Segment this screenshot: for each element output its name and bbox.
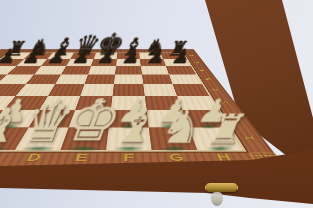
square-d7[interactable]: ♟ [66, 59, 94, 66]
square-g5[interactable] [142, 74, 173, 84]
rank-label-7: 7 [192, 62, 201, 63]
square-e5[interactable] [85, 74, 116, 84]
brass-latch [206, 183, 237, 192]
file-label-d: D [24, 152, 43, 164]
square-h7[interactable]: ♟ [163, 59, 191, 66]
squares: ♜♞♝♛♚♝♞♜♟♟♟♟♟♟♟♟♟♟♟♟♟♟♟♟♜♞♝♛♚♝♞♜ [0, 53, 243, 150]
square-f6[interactable] [115, 66, 142, 74]
square-h6[interactable] [166, 66, 196, 74]
square-d6[interactable] [61, 66, 91, 74]
square-f5[interactable] [114, 74, 143, 84]
square-e7[interactable]: ♟ [91, 59, 117, 66]
square-e6[interactable] [88, 66, 116, 74]
rank-label-1: 1 [241, 136, 258, 140]
latch-pendant [211, 192, 223, 206]
square-h5[interactable] [169, 74, 202, 84]
square-d5[interactable] [55, 74, 88, 84]
rank-label-4: 4 [209, 89, 221, 91]
file-label-e: E [74, 152, 89, 164]
square-e1[interactable]: ♚ [61, 128, 109, 150]
square-f7[interactable]: ♟ [116, 59, 141, 66]
rank-label-5: 5 [202, 78, 213, 80]
rank-label-6: 6 [197, 69, 207, 70]
square-g6[interactable] [141, 66, 169, 74]
file-label-f: F [123, 152, 134, 164]
chess-set-photo: ♜♞♝♛♚♝♞♜♟♟♟♟♟♟♟♟♟♟♟♟♟♟♟♟♜♞♝♛♚♝♞♜ ABCDEFG… [0, 0, 313, 208]
square-g7[interactable]: ♟ [140, 59, 166, 66]
